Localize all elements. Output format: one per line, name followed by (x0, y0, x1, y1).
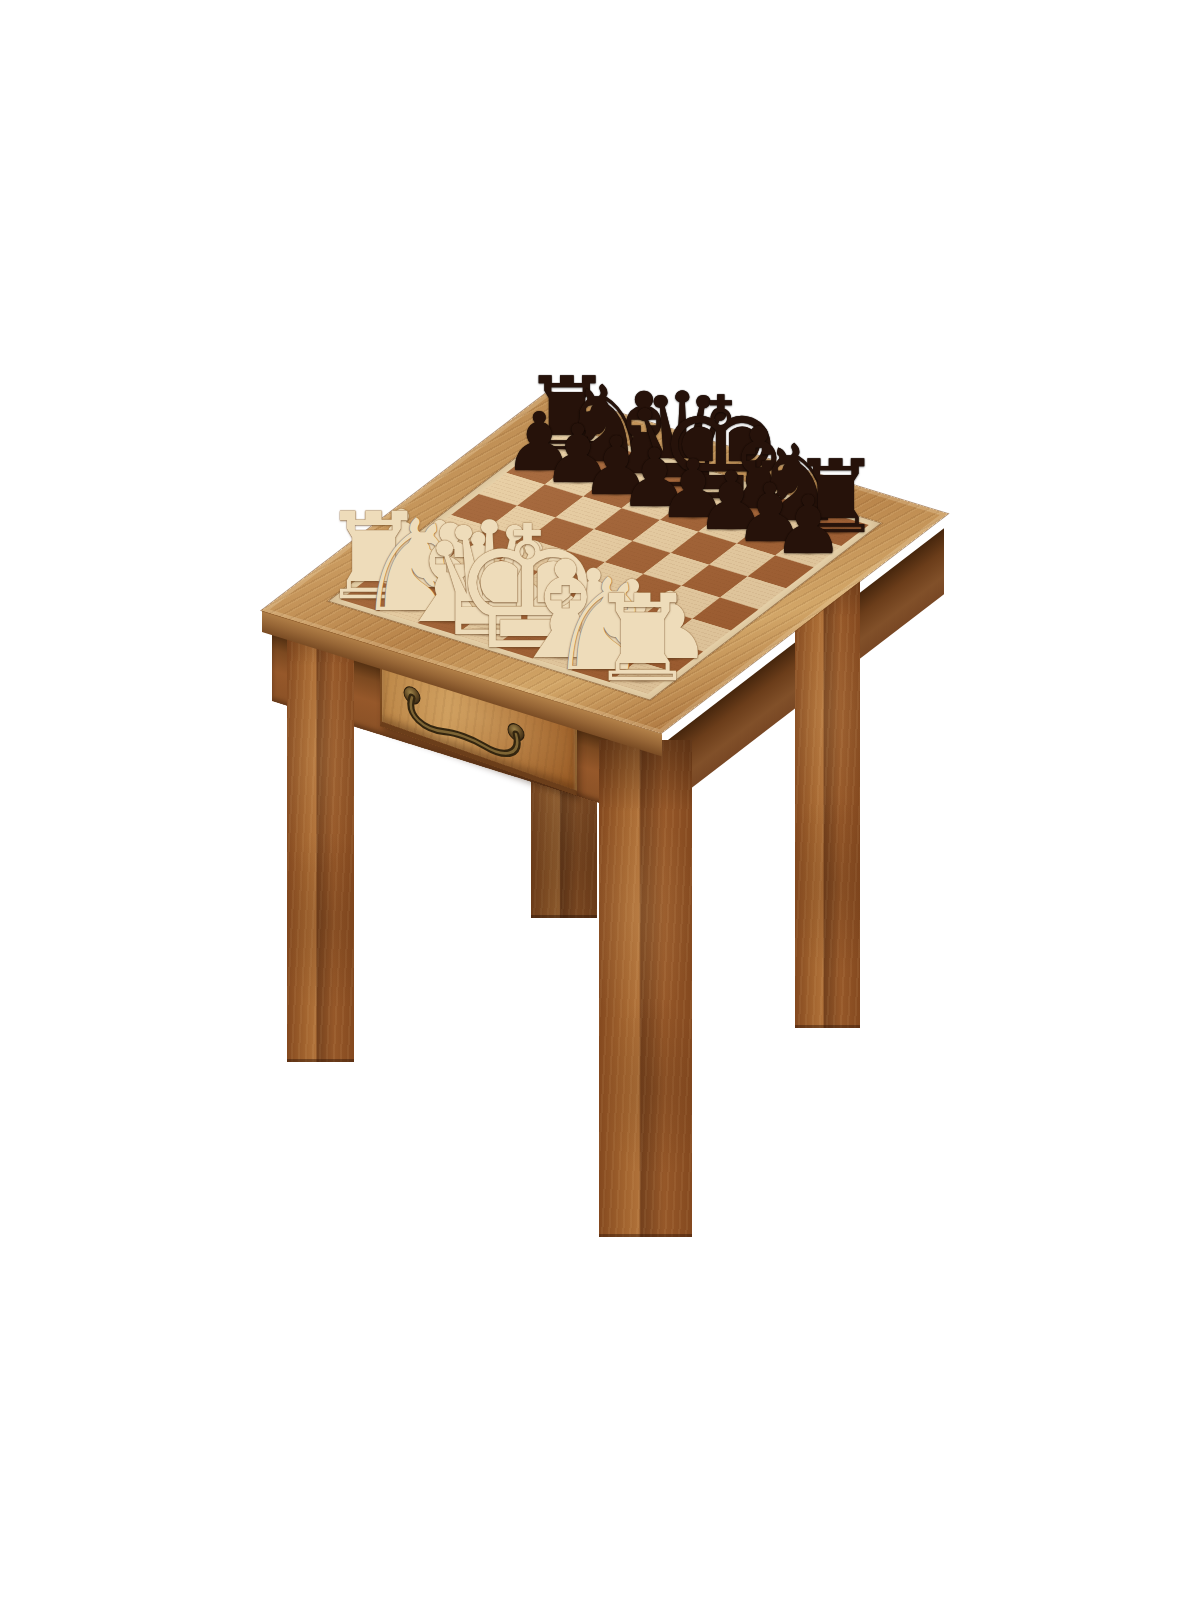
table-leg-left (287, 594, 354, 1062)
table-leg-near (599, 740, 692, 1237)
chess-table-product-photo: ♜♞♟♝♟♛♟♚♟♝♟♞♟♜♟♟♟♟♜♟♞♟♝♟♛♟♚♟♝♟♞♜ (0, 0, 1200, 1600)
